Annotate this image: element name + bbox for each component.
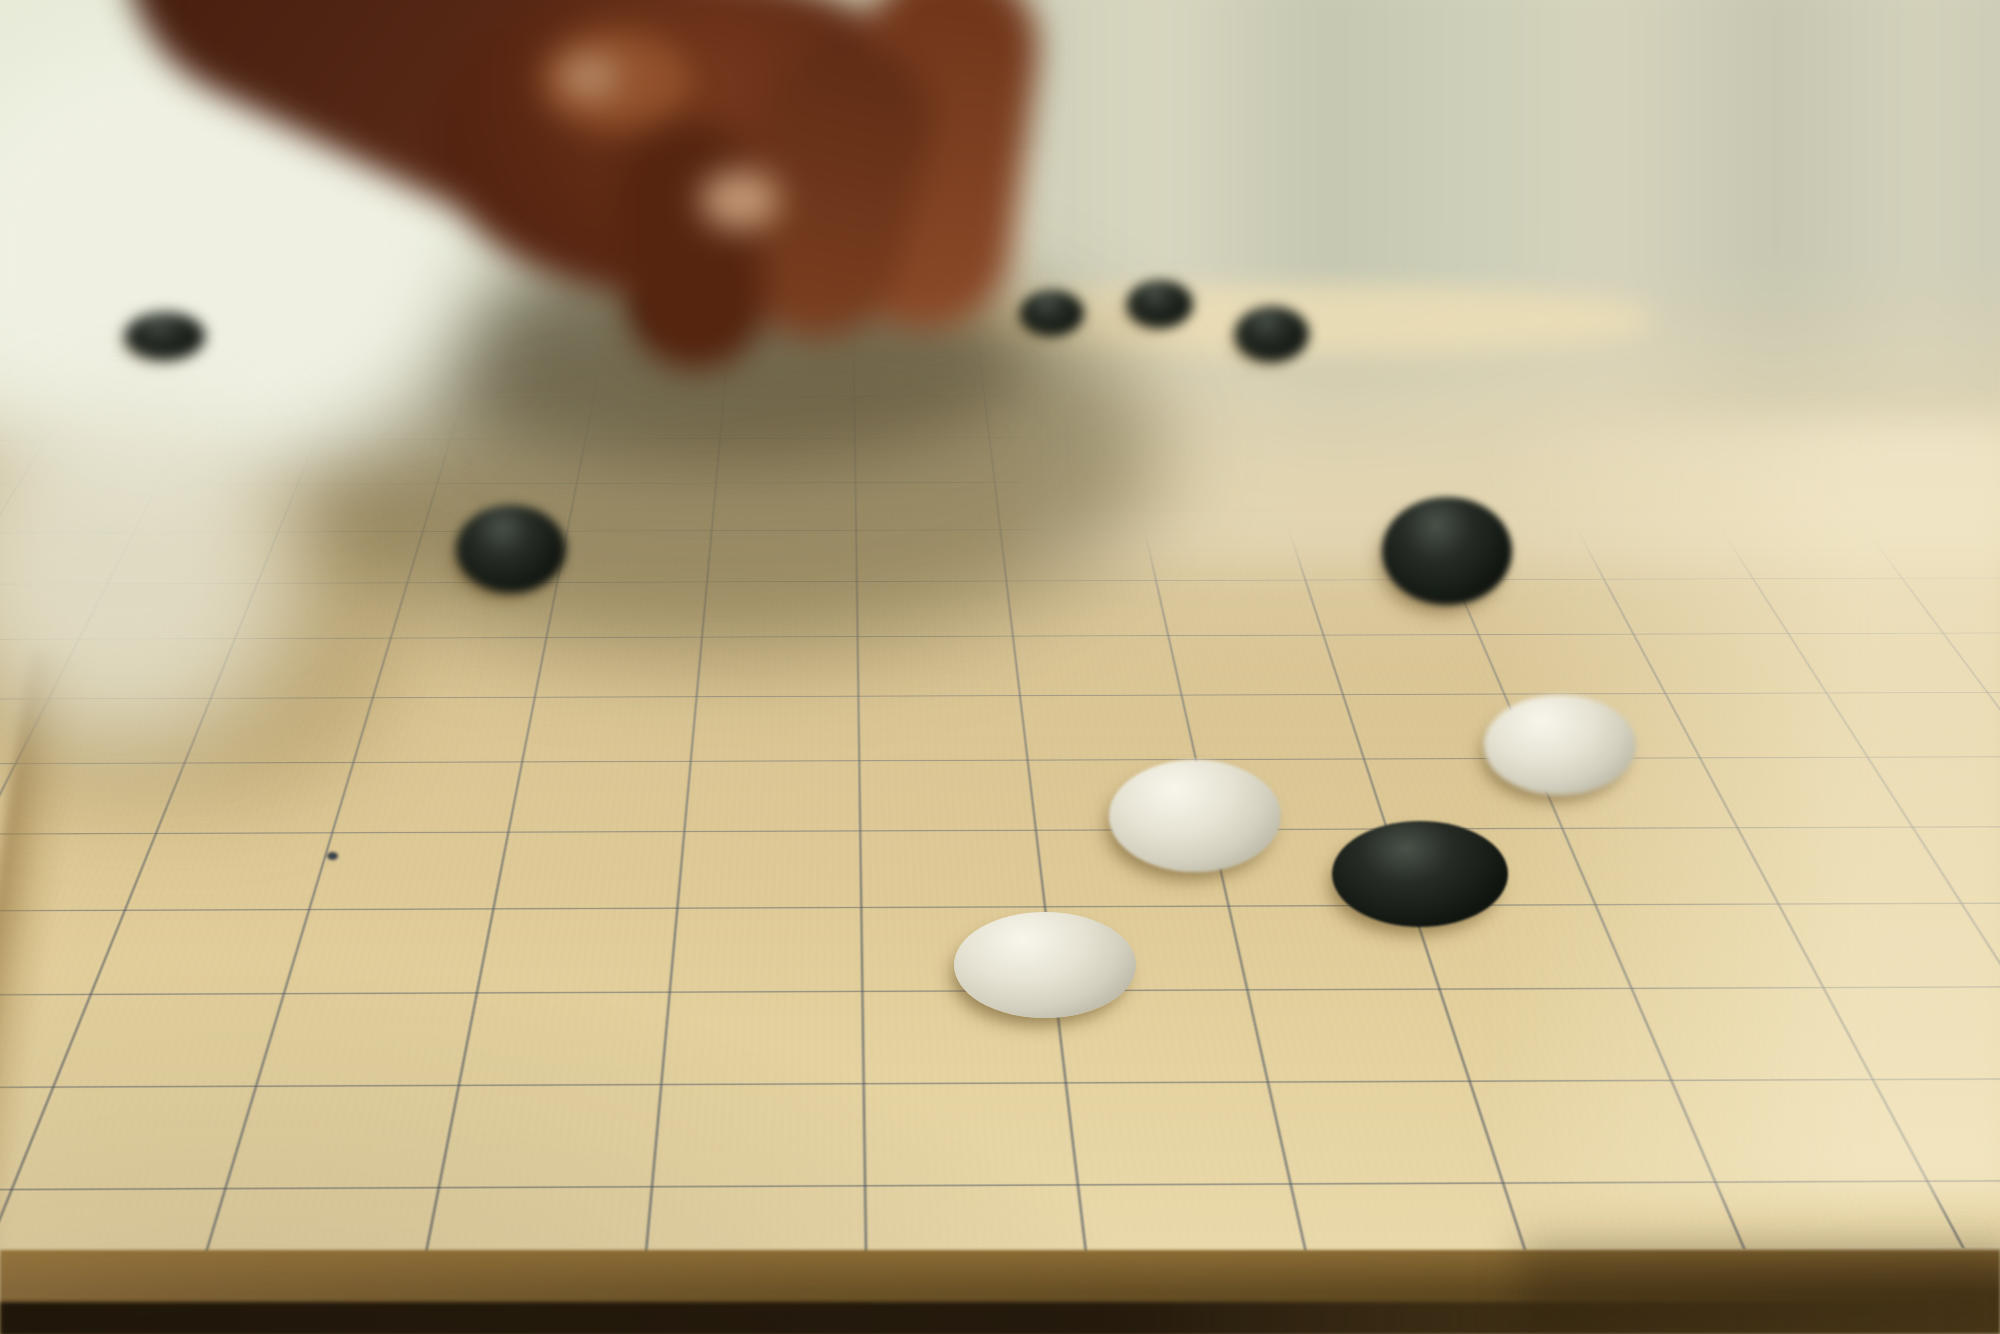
held-black-stone <box>640 262 740 340</box>
stones-layer <box>0 0 2000 1334</box>
black-stone <box>1127 280 1193 328</box>
black-stone <box>1020 290 1084 336</box>
white-stone <box>954 912 1136 1018</box>
black-stone <box>1235 306 1309 362</box>
black-stone <box>1382 497 1512 605</box>
star-point <box>327 852 338 860</box>
photo-stage <box>0 0 2000 1334</box>
black-stone <box>456 505 566 593</box>
black-stone <box>1332 821 1508 927</box>
white-stone <box>1109 760 1281 872</box>
black-stone <box>125 312 205 360</box>
white-stone <box>1484 695 1636 795</box>
